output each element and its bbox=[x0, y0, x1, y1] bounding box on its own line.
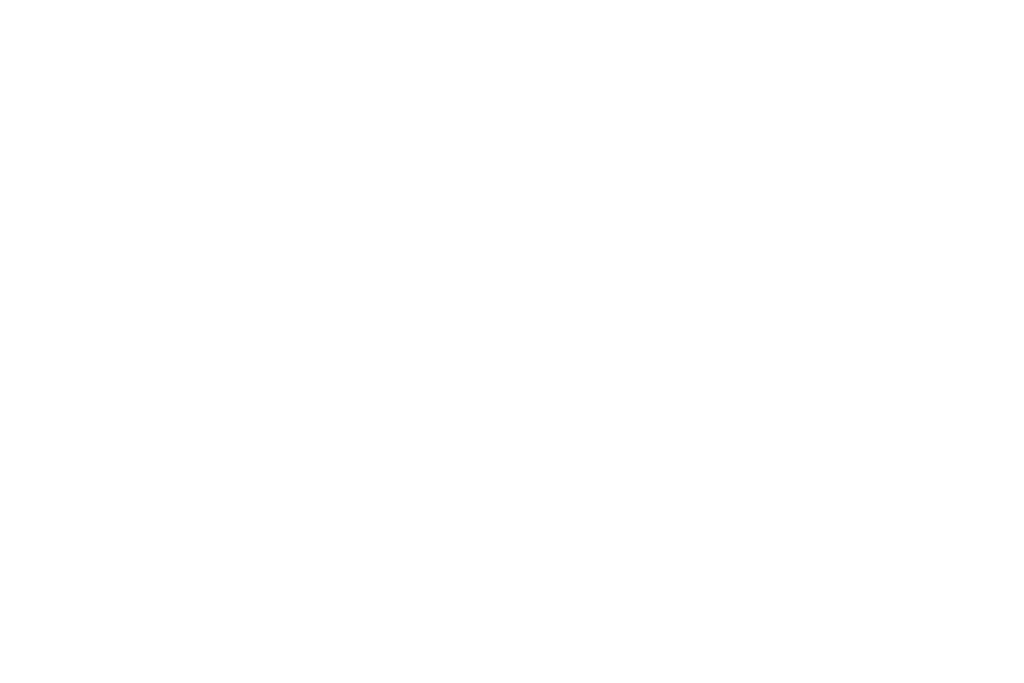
chess-board bbox=[0, 0, 1024, 683]
product-photo-scene bbox=[0, 0, 1024, 683]
